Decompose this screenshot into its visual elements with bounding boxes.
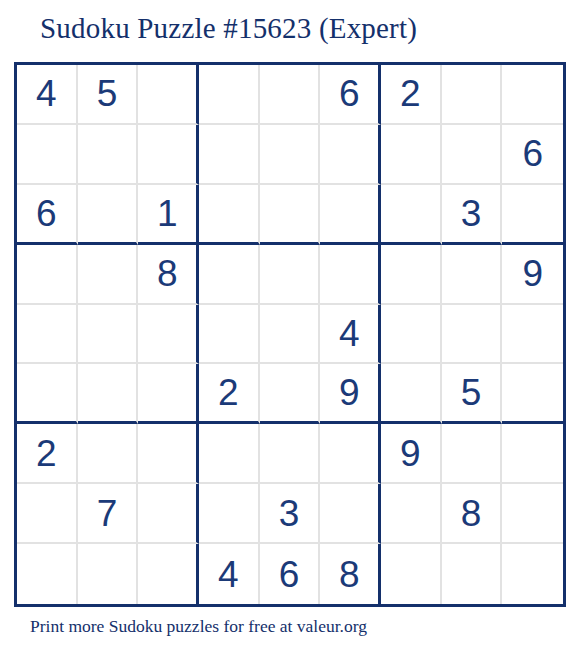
cell-r3c6[interactable] [320,185,381,245]
cell-r7c1[interactable]: 2 [17,424,78,484]
cell-r5c2[interactable] [78,305,139,365]
cell-r9c2[interactable] [78,544,139,604]
cell-r5c6[interactable]: 4 [320,305,381,365]
cell-r6c9[interactable] [502,364,563,424]
cell-r4c3[interactable]: 8 [138,245,199,305]
footer-text: Print more Sudoku puzzles for free at va… [30,616,367,637]
cell-r4c5[interactable] [260,245,321,305]
cell-r7c6[interactable] [320,424,381,484]
cell-r6c6[interactable]: 9 [320,364,381,424]
cell-r5c3[interactable] [138,305,199,365]
cell-r5c1[interactable] [17,305,78,365]
cell-r4c6[interactable] [320,245,381,305]
cell-r8c3[interactable] [138,484,199,544]
cell-r2c4[interactable] [199,125,260,185]
cell-r5c4[interactable] [199,305,260,365]
cell-r1c9[interactable] [502,65,563,125]
cell-r1c2[interactable]: 5 [78,65,139,125]
cell-r6c5[interactable] [260,364,321,424]
cell-r7c2[interactable] [78,424,139,484]
cell-r2c8[interactable] [442,125,503,185]
sudoku-board: 4562661389429529738468 [14,62,566,607]
cell-r3c7[interactable] [381,185,442,245]
cell-r9c6[interactable]: 8 [320,544,381,604]
cell-r5c9[interactable] [502,305,563,365]
cell-r9c8[interactable] [442,544,503,604]
cell-r3c8[interactable]: 3 [442,185,503,245]
cell-r4c1[interactable] [17,245,78,305]
cell-r8c5[interactable]: 3 [260,484,321,544]
cell-r7c3[interactable] [138,424,199,484]
cell-r7c9[interactable] [502,424,563,484]
cell-r9c9[interactable] [502,544,563,604]
cell-r3c9[interactable] [502,185,563,245]
cell-r4c2[interactable] [78,245,139,305]
cell-r1c7[interactable]: 2 [381,65,442,125]
cell-r3c2[interactable] [78,185,139,245]
cell-r1c5[interactable] [260,65,321,125]
cell-r4c4[interactable] [199,245,260,305]
cell-r8c4[interactable] [199,484,260,544]
cell-r1c8[interactable] [442,65,503,125]
cell-r6c4[interactable]: 2 [199,364,260,424]
cell-r6c2[interactable] [78,364,139,424]
cell-r5c7[interactable] [381,305,442,365]
cell-r2c5[interactable] [260,125,321,185]
cell-r2c6[interactable] [320,125,381,185]
cell-r7c7[interactable]: 9 [381,424,442,484]
cell-r1c1[interactable]: 4 [17,65,78,125]
cell-r1c6[interactable]: 6 [320,65,381,125]
cell-r4c8[interactable] [442,245,503,305]
cell-r8c2[interactable]: 7 [78,484,139,544]
cell-r3c3[interactable]: 1 [138,185,199,245]
cell-r5c5[interactable] [260,305,321,365]
cell-r6c7[interactable] [381,364,442,424]
cell-r2c7[interactable] [381,125,442,185]
cell-r8c8[interactable]: 8 [442,484,503,544]
cell-r7c8[interactable] [442,424,503,484]
cell-r2c2[interactable] [78,125,139,185]
cell-r9c4[interactable]: 4 [199,544,260,604]
cell-r2c9[interactable]: 6 [502,125,563,185]
cell-r6c8[interactable]: 5 [442,364,503,424]
cell-r2c3[interactable] [138,125,199,185]
cell-r3c5[interactable] [260,185,321,245]
cell-r7c4[interactable] [199,424,260,484]
cell-r6c3[interactable] [138,364,199,424]
cell-r8c1[interactable] [17,484,78,544]
cell-r4c9[interactable]: 9 [502,245,563,305]
cell-r8c6[interactable] [320,484,381,544]
cell-r1c3[interactable] [138,65,199,125]
cell-r2c1[interactable] [17,125,78,185]
cell-r8c7[interactable] [381,484,442,544]
cell-r3c4[interactable] [199,185,260,245]
cell-r3c1[interactable]: 6 [17,185,78,245]
cell-r9c5[interactable]: 6 [260,544,321,604]
cell-r9c1[interactable] [17,544,78,604]
cell-r5c8[interactable] [442,305,503,365]
cell-r1c4[interactable] [199,65,260,125]
cell-r4c7[interactable] [381,245,442,305]
page-title: Sudoku Puzzle #15623 (Expert) [40,12,417,45]
cell-r9c3[interactable] [138,544,199,604]
cell-r6c1[interactable] [17,364,78,424]
cell-r9c7[interactable] [381,544,442,604]
cell-r7c5[interactable] [260,424,321,484]
cell-r8c9[interactable] [502,484,563,544]
